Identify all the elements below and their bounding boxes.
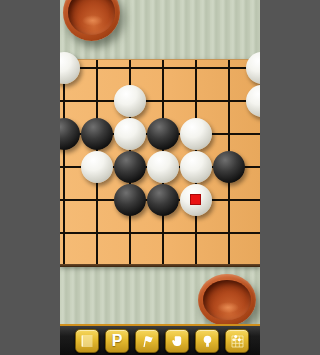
flag-icon	[140, 334, 155, 349]
pass-button[interactable]: P	[105, 329, 129, 353]
resign-button[interactable]	[135, 329, 159, 353]
bowl-sheen	[82, 15, 103, 27]
pass-button-label: P	[112, 333, 123, 349]
grid-vertical-line	[63, 60, 65, 265]
last-move-marker	[190, 194, 201, 205]
stone-white	[114, 85, 146, 117]
stone-bowl-top	[63, 0, 120, 41]
stone-white	[147, 151, 179, 183]
undo-button[interactable]	[165, 329, 189, 353]
stone-white	[246, 52, 260, 84]
stone-white	[180, 151, 212, 183]
grid-horizontal-line	[60, 232, 260, 234]
stone-bowl-top-interior	[68, 0, 115, 35]
stone-black	[114, 184, 146, 216]
stone-bowl-bottom-interior	[203, 280, 251, 321]
stone-white	[60, 52, 80, 84]
score-button[interactable]	[225, 329, 249, 353]
stone-black	[81, 118, 113, 150]
hint-button[interactable]	[195, 329, 219, 353]
stone-black	[147, 118, 179, 150]
hand-icon	[170, 334, 185, 349]
grid-horizontal-line	[60, 67, 260, 69]
stone-bowl-bottom	[198, 274, 256, 326]
stone-black	[213, 151, 245, 183]
stone-white	[81, 151, 113, 183]
moves-list-button[interactable]	[75, 329, 99, 353]
grid-horizontal-line	[60, 100, 260, 102]
toolbar: P	[60, 324, 260, 355]
stone-black	[147, 184, 179, 216]
go-board[interactable]	[60, 59, 260, 265]
stone-white	[180, 118, 212, 150]
list-icon	[79, 333, 95, 349]
stone-black	[114, 151, 146, 183]
stone-black	[60, 118, 80, 150]
go-app-screen: P	[60, 0, 260, 355]
stone-white	[246, 85, 260, 117]
board-grid-icon	[230, 334, 245, 349]
lightbulb-icon	[200, 334, 215, 349]
bowl-sheen	[217, 302, 238, 313]
stone-white-last-move	[180, 184, 212, 216]
stone-white	[114, 118, 146, 150]
